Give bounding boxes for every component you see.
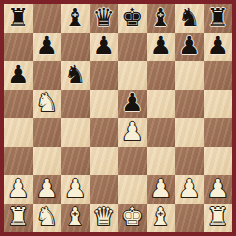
square-c4[interactable] (61, 118, 90, 147)
square-g7[interactable]: ♟ (175, 33, 204, 62)
chess-board-frame: ♜♝♛♚♝♞♜♟♟♟♟♟♟♞♞♟♟♟♟♟♟♟♟♜♞♝♛♚♝♜ (0, 0, 236, 236)
piece-black-king[interactable]: ♚ (121, 5, 143, 30)
piece-white-rook[interactable]: ♜ (207, 204, 229, 229)
square-b1[interactable]: ♞ (33, 204, 62, 233)
square-a5[interactable] (4, 90, 33, 119)
square-h6[interactable] (204, 61, 233, 90)
piece-black-pawn[interactable]: ♟ (150, 33, 172, 58)
square-e1[interactable]: ♚ (118, 204, 147, 233)
piece-black-pawn[interactable]: ♟ (93, 33, 115, 58)
square-c3[interactable] (61, 147, 90, 176)
square-b8[interactable] (33, 4, 62, 33)
square-f5[interactable] (147, 90, 176, 119)
square-b2[interactable]: ♟ (33, 175, 62, 204)
piece-black-rook[interactable]: ♜ (207, 5, 229, 30)
square-a6[interactable]: ♟ (4, 61, 33, 90)
square-c7[interactable] (61, 33, 90, 62)
square-b5[interactable]: ♞ (33, 90, 62, 119)
square-d5[interactable] (90, 90, 119, 119)
piece-white-knight[interactable]: ♞ (36, 204, 58, 229)
square-e8[interactable]: ♚ (118, 4, 147, 33)
square-h4[interactable] (204, 118, 233, 147)
square-g2[interactable]: ♟ (175, 175, 204, 204)
square-b3[interactable] (33, 147, 62, 176)
square-g8[interactable]: ♞ (175, 4, 204, 33)
square-g1[interactable] (175, 204, 204, 233)
square-c1[interactable]: ♝ (61, 204, 90, 233)
square-c5[interactable] (61, 90, 90, 119)
piece-black-pawn[interactable]: ♟ (207, 33, 229, 58)
square-f1[interactable]: ♝ (147, 204, 176, 233)
square-d2[interactable] (90, 175, 119, 204)
square-e6[interactable] (118, 61, 147, 90)
piece-black-rook[interactable]: ♜ (7, 5, 29, 30)
square-e7[interactable] (118, 33, 147, 62)
square-e3[interactable] (118, 147, 147, 176)
square-f7[interactable]: ♟ (147, 33, 176, 62)
square-g4[interactable] (175, 118, 204, 147)
square-f4[interactable] (147, 118, 176, 147)
piece-white-pawn[interactable]: ♟ (207, 176, 229, 201)
piece-white-pawn[interactable]: ♟ (121, 119, 143, 144)
square-f2[interactable]: ♟ (147, 175, 176, 204)
square-h2[interactable]: ♟ (204, 175, 233, 204)
square-a3[interactable] (4, 147, 33, 176)
square-g5[interactable] (175, 90, 204, 119)
square-e5[interactable]: ♟ (118, 90, 147, 119)
square-c6[interactable]: ♞ (61, 61, 90, 90)
square-g6[interactable] (175, 61, 204, 90)
piece-white-queen[interactable]: ♛ (93, 204, 115, 229)
square-a7[interactable] (4, 33, 33, 62)
square-h5[interactable] (204, 90, 233, 119)
square-d4[interactable] (90, 118, 119, 147)
piece-white-bishop[interactable]: ♝ (150, 204, 172, 229)
piece-black-queen[interactable]: ♛ (93, 5, 115, 30)
square-f6[interactable] (147, 61, 176, 90)
piece-white-pawn[interactable]: ♟ (36, 176, 58, 201)
square-c8[interactable]: ♝ (61, 4, 90, 33)
piece-black-bishop[interactable]: ♝ (150, 5, 172, 30)
piece-black-pawn[interactable]: ♟ (7, 62, 29, 87)
piece-white-pawn[interactable]: ♟ (7, 176, 29, 201)
chess-board: ♜♝♛♚♝♞♜♟♟♟♟♟♟♞♞♟♟♟♟♟♟♟♟♜♞♝♛♚♝♜ (4, 4, 232, 232)
square-d8[interactable]: ♛ (90, 4, 119, 33)
piece-black-bishop[interactable]: ♝ (64, 5, 86, 30)
piece-black-knight[interactable]: ♞ (64, 62, 86, 87)
square-a8[interactable]: ♜ (4, 4, 33, 33)
square-d3[interactable] (90, 147, 119, 176)
piece-white-rook[interactable]: ♜ (7, 204, 29, 229)
piece-black-pawn[interactable]: ♟ (36, 33, 58, 58)
square-h1[interactable]: ♜ (204, 204, 233, 233)
piece-white-knight[interactable]: ♞ (36, 90, 58, 115)
piece-white-king[interactable]: ♚ (121, 204, 143, 229)
square-b6[interactable] (33, 61, 62, 90)
square-d7[interactable]: ♟ (90, 33, 119, 62)
piece-black-knight[interactable]: ♞ (178, 5, 200, 30)
square-f8[interactable]: ♝ (147, 4, 176, 33)
square-b4[interactable] (33, 118, 62, 147)
piece-white-pawn[interactable]: ♟ (64, 176, 86, 201)
square-h8[interactable]: ♜ (204, 4, 233, 33)
square-h3[interactable] (204, 147, 233, 176)
square-b7[interactable]: ♟ (33, 33, 62, 62)
square-f3[interactable] (147, 147, 176, 176)
piece-black-pawn[interactable]: ♟ (121, 90, 143, 115)
square-g3[interactable] (175, 147, 204, 176)
square-e2[interactable] (118, 175, 147, 204)
piece-black-pawn[interactable]: ♟ (178, 33, 200, 58)
piece-white-bishop[interactable]: ♝ (64, 204, 86, 229)
piece-white-pawn[interactable]: ♟ (150, 176, 172, 201)
piece-white-pawn[interactable]: ♟ (178, 176, 200, 201)
square-c2[interactable]: ♟ (61, 175, 90, 204)
square-d6[interactable] (90, 61, 119, 90)
square-a4[interactable] (4, 118, 33, 147)
square-a1[interactable]: ♜ (4, 204, 33, 233)
square-a2[interactable]: ♟ (4, 175, 33, 204)
square-h7[interactable]: ♟ (204, 33, 233, 62)
square-e4[interactable]: ♟ (118, 118, 147, 147)
square-d1[interactable]: ♛ (90, 204, 119, 233)
